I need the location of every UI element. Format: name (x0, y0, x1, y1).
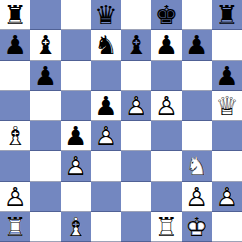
square-c8[interactable] (61, 0, 91, 30)
square-g2[interactable]: ♟♙ (182, 182, 212, 212)
piece-white-bishop: ♝♗ (0, 121, 30, 151)
square-g4[interactable] (182, 121, 212, 151)
square-c5[interactable] (61, 91, 91, 121)
square-e4[interactable] (121, 121, 151, 151)
square-a3[interactable] (0, 151, 30, 181)
piece-white-pawn: ♟♙ (182, 182, 212, 212)
piece-white-bishop: ♝♗ (61, 212, 91, 242)
square-e3[interactable] (121, 151, 151, 181)
square-a7[interactable]: ♟ (0, 30, 30, 60)
square-h6[interactable]: ♟ (212, 61, 242, 91)
piece-white-rook: ♜♖ (151, 212, 181, 242)
square-h5[interactable]: ♛♕ (212, 91, 242, 121)
square-g6[interactable] (182, 61, 212, 91)
square-f6[interactable] (151, 61, 181, 91)
square-d4[interactable]: ♟♙ (91, 121, 121, 151)
square-g7[interactable]: ♟ (182, 30, 212, 60)
square-g3[interactable]: ♞♘ (182, 151, 212, 181)
piece-black-pawn: ♟ (212, 61, 242, 91)
square-c6[interactable] (61, 61, 91, 91)
piece-white-rook: ♜♖ (0, 212, 30, 242)
square-h4[interactable] (212, 121, 242, 151)
square-b3[interactable] (30, 151, 60, 181)
square-e7[interactable]: ♝ (121, 30, 151, 60)
square-h3[interactable] (212, 151, 242, 181)
square-d7[interactable]: ♞ (91, 30, 121, 60)
square-f3[interactable] (151, 151, 181, 181)
piece-black-bishop: ♝ (121, 30, 151, 60)
piece-white-knight: ♞♘ (182, 151, 212, 181)
square-d8[interactable]: ♛ (91, 0, 121, 30)
square-e8[interactable] (121, 0, 151, 30)
square-c2[interactable] (61, 182, 91, 212)
piece-black-queen: ♛ (91, 0, 121, 30)
piece-black-pawn: ♟ (182, 30, 212, 60)
piece-white-king: ♚♔ (182, 212, 212, 242)
square-h7[interactable] (212, 30, 242, 60)
square-d6[interactable] (91, 61, 121, 91)
piece-black-bishop: ♝ (30, 30, 60, 60)
square-a4[interactable]: ♝♗ (0, 121, 30, 151)
square-d2[interactable] (91, 182, 121, 212)
square-d1[interactable] (91, 212, 121, 242)
square-a2[interactable]: ♟♙ (0, 182, 30, 212)
piece-black-knight: ♞ (91, 30, 121, 60)
square-b7[interactable]: ♝ (30, 30, 60, 60)
piece-white-pawn: ♟♙ (61, 151, 91, 181)
square-f2[interactable] (151, 182, 181, 212)
square-e1[interactable] (121, 212, 151, 242)
square-f1[interactable]: ♜♖ (151, 212, 181, 242)
piece-white-pawn: ♟♙ (151, 91, 181, 121)
piece-black-rook: ♜ (0, 0, 30, 30)
square-e6[interactable] (121, 61, 151, 91)
square-f7[interactable]: ♟ (151, 30, 181, 60)
chess-board: ♜♛♚♜♟♝♞♝♟♟♟♟♟♟♙♟♙♛♕♝♗♟♟♙♟♙♞♘♟♙♟♙♟♙♜♖♝♗♜♖… (0, 0, 242, 242)
piece-white-pawn: ♟♙ (0, 182, 30, 212)
piece-white-pawn: ♟♙ (91, 121, 121, 151)
square-f4[interactable] (151, 121, 181, 151)
piece-black-pawn: ♟ (0, 30, 30, 60)
square-f5[interactable]: ♟♙ (151, 91, 181, 121)
square-e2[interactable] (121, 182, 151, 212)
square-c4[interactable]: ♟ (61, 121, 91, 151)
square-a8[interactable]: ♜ (0, 0, 30, 30)
square-c1[interactable]: ♝♗ (61, 212, 91, 242)
square-h1[interactable] (212, 212, 242, 242)
square-e5[interactable]: ♟♙ (121, 91, 151, 121)
square-a1[interactable]: ♜♖ (0, 212, 30, 242)
square-c3[interactable]: ♟♙ (61, 151, 91, 181)
square-b8[interactable] (30, 0, 60, 30)
piece-black-pawn: ♟ (30, 61, 60, 91)
square-a6[interactable] (0, 61, 30, 91)
piece-white-pawn: ♟♙ (121, 91, 151, 121)
square-b5[interactable] (30, 91, 60, 121)
square-c7[interactable] (61, 30, 91, 60)
piece-white-pawn: ♟♙ (212, 182, 242, 212)
square-b2[interactable] (30, 182, 60, 212)
piece-black-king: ♚ (151, 0, 181, 30)
square-d5[interactable]: ♟ (91, 91, 121, 121)
piece-black-pawn: ♟ (151, 30, 181, 60)
square-a5[interactable] (0, 91, 30, 121)
square-f8[interactable]: ♚ (151, 0, 181, 30)
square-g8[interactable] (182, 0, 212, 30)
square-h8[interactable]: ♜ (212, 0, 242, 30)
square-g5[interactable] (182, 91, 212, 121)
square-b6[interactable]: ♟ (30, 61, 60, 91)
square-b1[interactable] (30, 212, 60, 242)
square-d3[interactable] (91, 151, 121, 181)
piece-black-pawn: ♟ (61, 121, 91, 151)
piece-black-pawn: ♟ (91, 91, 121, 121)
piece-white-queen: ♛♕ (212, 91, 242, 121)
square-g1[interactable]: ♚♔ (182, 212, 212, 242)
square-b4[interactable] (30, 121, 60, 151)
piece-black-rook: ♜ (212, 0, 242, 30)
square-h2[interactable]: ♟♙ (212, 182, 242, 212)
